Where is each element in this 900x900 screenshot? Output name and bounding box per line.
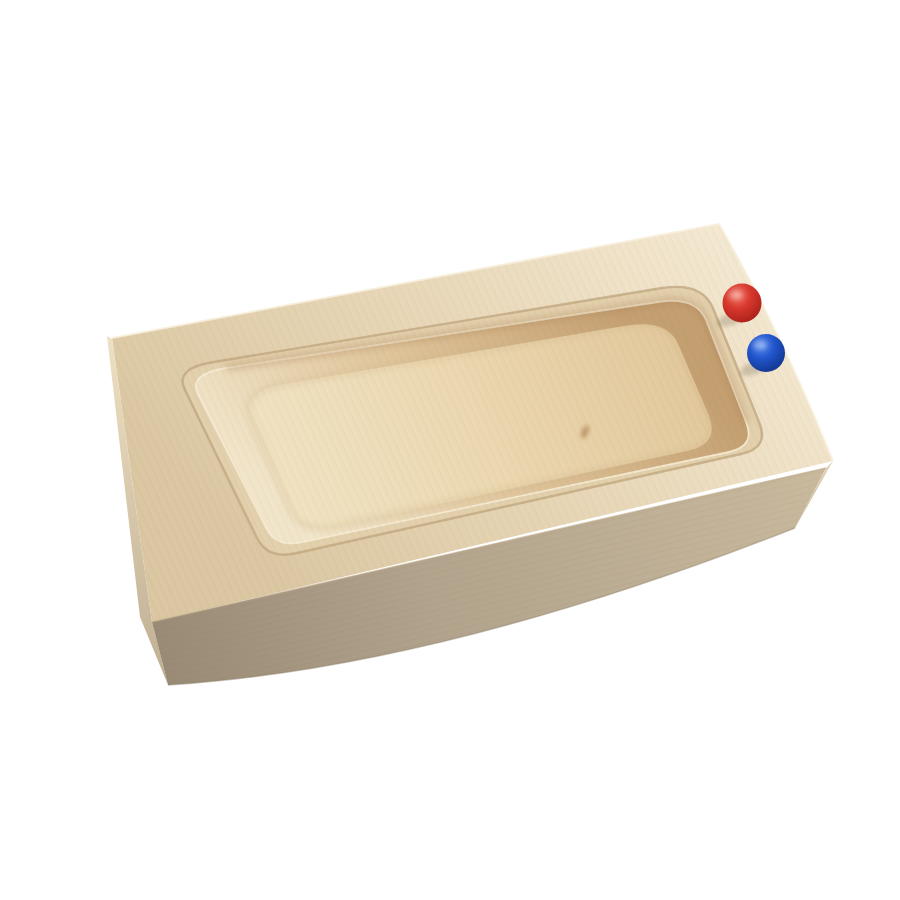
red-ball-specular — [729, 290, 743, 300]
product-photo — [0, 0, 900, 900]
red-ball-sphere[interactable] — [723, 284, 762, 323]
tray-scene — [0, 0, 900, 900]
wooden-tray — [107, 224, 833, 685]
blue-ball-sphere[interactable] — [747, 334, 785, 372]
blue-ball-specular — [753, 340, 767, 350]
